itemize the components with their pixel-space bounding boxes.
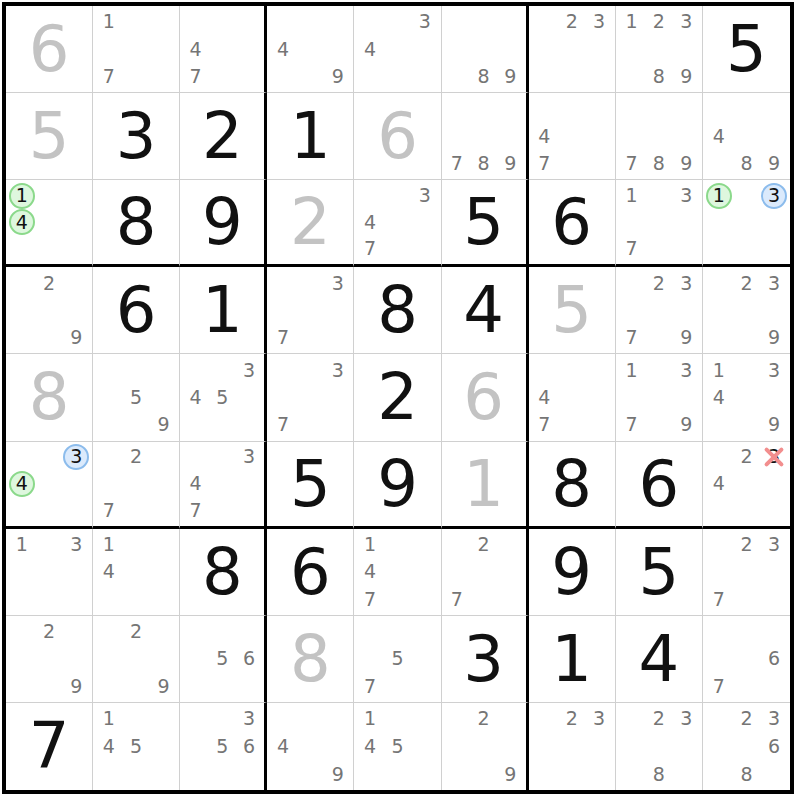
cell-r5c1[interactable]: 8 (6, 354, 93, 441)
candidate-grid: 789 (618, 95, 700, 177)
candidate-6[interactable]: 6 (236, 733, 263, 761)
candidate-7[interactable]: 7 (531, 411, 558, 438)
cell-r5c7[interactable]: 47 (529, 354, 616, 441)
candidate-1[interactable]: 1 (618, 8, 645, 35)
cell-r1c7[interactable]: 23 (529, 6, 616, 93)
candidate-grid: 347 (182, 444, 262, 524)
candidate-4[interactable]: 4 (182, 384, 209, 411)
candidate-1[interactable]: 1 (95, 531, 122, 558)
cell-r2c5[interactable]: 6 (354, 93, 441, 180)
candidate-2[interactable]: 2 (733, 444, 761, 471)
cell-r6c5[interactable]: 9 (354, 442, 441, 529)
candidate-2[interactable]: 2 (645, 8, 672, 35)
cell-r9c6[interactable]: 29 (442, 703, 529, 790)
candidate-9[interactable]: 9 (150, 411, 177, 438)
candidate-7[interactable]: 7 (705, 585, 733, 612)
candidate-grid: 145 (356, 705, 438, 788)
candidate-2[interactable]: 2 (122, 444, 149, 471)
candidate-9[interactable]: 9 (760, 150, 788, 177)
candidate-7[interactable]: 7 (705, 673, 733, 700)
green-circle-icon: 1 (9, 183, 35, 209)
candidate-3[interactable]: 3 (236, 705, 263, 733)
sudoku-board: 6174749348923123895532167894778948914892… (2, 2, 794, 794)
cell-r5c4[interactable]: 37 (267, 354, 354, 441)
cell-r9c9[interactable]: 2368 (703, 703, 790, 790)
big-digit: 4 (616, 616, 702, 702)
candidate-6[interactable]: 6 (236, 645, 263, 672)
cell-r9c4[interactable]: 49 (267, 703, 354, 790)
cell-r3c7[interactable]: 6 (529, 180, 616, 267)
candidate-grid: 23 (531, 8, 613, 90)
big-digit: 6 (93, 267, 179, 353)
candidate-8[interactable]: 8 (470, 63, 497, 90)
candidate-grid: 34 (8, 444, 90, 524)
candidate-1[interactable]: 1 (356, 531, 383, 558)
candidate-1-green-circle[interactable]: 1 (705, 182, 733, 209)
candidate-7[interactable]: 7 (618, 236, 645, 263)
cell-r3c5[interactable]: 347 (354, 180, 441, 267)
candidate-5[interactable]: 5 (209, 733, 236, 761)
candidate-3[interactable]: 3 (411, 182, 438, 209)
candidate-grid: 67 (705, 618, 788, 700)
candidate-2[interactable]: 2 (470, 705, 497, 733)
candidate-grid: 2379 (618, 269, 700, 351)
big-digit: 9 (529, 529, 615, 615)
candidate-3[interactable]: 3 (760, 531, 788, 558)
cell-r6c9[interactable]: 234 (703, 442, 790, 529)
candidate-7[interactable]: 7 (618, 150, 645, 177)
big-digit: 6 (616, 442, 702, 526)
candidate-7[interactable]: 7 (182, 63, 209, 90)
cell-r8c3[interactable]: 56 (180, 616, 267, 703)
candidate-grid: 12389 (618, 8, 700, 90)
candidate-3[interactable]: 3 (236, 444, 263, 471)
candidate-grid: 49 (269, 705, 351, 788)
cell-r3c3[interactable]: 9 (180, 180, 267, 267)
cell-r8c4[interactable]: 8 (267, 616, 354, 703)
candidate-6[interactable]: 6 (760, 645, 788, 672)
big-digit: 8 (267, 616, 353, 702)
candidate-7[interactable]: 7 (269, 411, 296, 438)
big-digit: 6 (442, 354, 526, 440)
cell-r2c2[interactable]: 3 (93, 93, 180, 180)
green-circle-icon: 1 (706, 183, 732, 209)
candidate-9[interactable]: 9 (497, 63, 524, 90)
candidate-4-green-circle[interactable]: 4 (8, 209, 35, 236)
candidate-grid: 1379 (618, 356, 700, 438)
cell-r4c9[interactable]: 239 (703, 267, 790, 354)
candidate-7[interactable]: 7 (444, 585, 471, 612)
candidate-grid: 47 (531, 95, 613, 177)
candidate-4[interactable]: 4 (531, 122, 558, 149)
cell-r3c6[interactable]: 5 (442, 180, 529, 267)
candidate-9[interactable]: 9 (497, 150, 524, 177)
big-digit: 5 (529, 267, 615, 353)
candidate-grid: 29 (95, 618, 177, 700)
cell-r2c8[interactable]: 789 (616, 93, 703, 180)
candidate-grid: 345 (182, 356, 262, 438)
cell-r7c4[interactable]: 6 (267, 529, 354, 616)
cell-r4c6[interactable]: 4 (442, 267, 529, 354)
candidate-3[interactable]: 3 (63, 531, 90, 558)
cell-r2c9[interactable]: 489 (703, 93, 790, 180)
blue-circle-icon: 3 (761, 183, 787, 209)
candidate-grid: 34 (356, 8, 438, 90)
candidate-9[interactable]: 9 (497, 760, 524, 788)
big-digit: 3 (442, 616, 526, 702)
cell-r6c8[interactable]: 6 (616, 442, 703, 529)
candidate-1[interactable]: 1 (356, 705, 383, 733)
candidate-9[interactable]: 9 (760, 411, 788, 438)
candidate-7[interactable]: 7 (531, 150, 558, 177)
big-digit: 5 (616, 529, 702, 615)
candidate-3[interactable]: 3 (324, 269, 351, 296)
green-circle-icon: 4 (9, 209, 35, 235)
candidate-1[interactable]: 1 (618, 182, 645, 209)
candidate-grid: 27 (95, 444, 177, 524)
candidate-9[interactable]: 9 (63, 673, 90, 700)
candidate-9[interactable]: 9 (150, 673, 177, 700)
big-digit: 1 (180, 267, 264, 353)
cell-r1c8[interactable]: 12389 (616, 6, 703, 93)
cell-r4c7[interactable]: 5 (529, 267, 616, 354)
candidate-3[interactable]: 3 (673, 269, 700, 296)
cell-r1c2[interactable]: 17 (93, 6, 180, 93)
candidate-8[interactable]: 8 (470, 150, 497, 177)
big-digit: 8 (93, 180, 179, 264)
candidate-9[interactable]: 9 (63, 324, 90, 351)
cell-r5c8[interactable]: 1379 (616, 354, 703, 441)
cell-r8c6[interactable]: 3 (442, 616, 529, 703)
big-digit: 8 (180, 529, 264, 615)
candidate-grid: 37 (269, 269, 351, 351)
cell-r4c4[interactable]: 37 (267, 267, 354, 354)
cell-r6c3[interactable]: 347 (180, 442, 267, 529)
candidate-7[interactable]: 7 (444, 150, 471, 177)
big-digit: 3 (93, 93, 179, 179)
cell-r7c2[interactable]: 14 (93, 529, 180, 616)
big-digit: 6 (6, 6, 92, 92)
cell-r8c5[interactable]: 57 (354, 616, 441, 703)
big-digit: 1 (267, 93, 353, 179)
big-digit: 5 (267, 442, 353, 526)
cell-r5c5[interactable]: 2 (354, 354, 441, 441)
candidate-4[interactable]: 4 (269, 733, 296, 761)
candidate-4[interactable]: 4 (705, 122, 733, 149)
cell-r9c8[interactable]: 238 (616, 703, 703, 790)
candidate-3-blue-circle[interactable]: 3 (760, 182, 788, 209)
cell-r1c4[interactable]: 49 (267, 6, 354, 93)
candidate-grid: 47 (182, 8, 262, 90)
candidate-7[interactable]: 7 (356, 585, 383, 612)
candidate-3[interactable]: 3 (673, 182, 700, 209)
candidate-grid: 47 (531, 356, 613, 438)
cell-r4c8[interactable]: 2379 (616, 267, 703, 354)
candidate-2[interactable]: 2 (470, 531, 497, 558)
cell-r8c8[interactable]: 4 (616, 616, 703, 703)
candidate-grid: 356 (182, 705, 262, 788)
big-digit: 4 (442, 267, 526, 353)
candidate-4[interactable]: 4 (95, 733, 122, 761)
candidate-7[interactable]: 7 (269, 324, 296, 351)
cell-r9c7[interactable]: 23 (529, 703, 616, 790)
candidate-grid: 347 (356, 182, 438, 262)
candidate-9[interactable]: 9 (673, 411, 700, 438)
cell-r7c8[interactable]: 5 (616, 529, 703, 616)
big-digit: 7 (6, 703, 92, 790)
candidate-9[interactable]: 9 (673, 63, 700, 90)
candidate-1-green-circle[interactable]: 1 (8, 182, 35, 209)
cell-r5c2[interactable]: 59 (93, 354, 180, 441)
blue-circle-icon: 3 (63, 444, 89, 470)
cell-r7c6[interactable]: 27 (442, 529, 529, 616)
candidate-9[interactable]: 9 (760, 324, 788, 351)
cell-r7c5[interactable]: 147 (354, 529, 441, 616)
cell-r5c6[interactable]: 6 (442, 354, 529, 441)
candidate-grid: 29 (8, 618, 90, 700)
candidate-4[interactable]: 4 (182, 35, 209, 62)
candidate-9[interactable]: 9 (324, 760, 351, 788)
big-digit: 6 (529, 180, 615, 264)
candidate-9[interactable]: 9 (324, 63, 351, 90)
candidate-1[interactable]: 1 (95, 705, 122, 733)
candidate-grid: 59 (95, 356, 177, 438)
candidate-3[interactable]: 3 (411, 8, 438, 35)
candidate-4[interactable]: 4 (705, 470, 733, 497)
cell-r3c1[interactable]: 14 (6, 180, 93, 267)
cell-r1c1[interactable]: 6 (6, 6, 93, 93)
candidate-grid: 237 (705, 531, 788, 613)
cell-r5c3[interactable]: 345 (180, 354, 267, 441)
candidate-7[interactable]: 7 (618, 411, 645, 438)
cell-r6c7[interactable]: 8 (529, 442, 616, 529)
candidate-7[interactable]: 7 (618, 324, 645, 351)
candidate-grid: 145 (95, 705, 177, 788)
candidate-9[interactable]: 9 (673, 324, 700, 351)
big-digit: 5 (6, 93, 92, 179)
candidate-3[interactable]: 3 (324, 356, 351, 383)
candidate-4[interactable]: 4 (356, 209, 383, 236)
cell-r6c1[interactable]: 34 (6, 442, 93, 529)
cell-r1c6[interactable]: 89 (442, 6, 529, 93)
candidate-5[interactable]: 5 (209, 384, 236, 411)
candidate-4-green-circle[interactable]: 4 (8, 470, 35, 497)
candidate-3[interactable]: 3 (673, 705, 700, 733)
candidate-grid: 56 (182, 618, 262, 700)
candidate-4[interactable]: 4 (182, 470, 209, 497)
candidate-7[interactable]: 7 (95, 497, 122, 524)
candidate-3[interactable]: 3 (585, 8, 612, 35)
candidate-grid: 17 (95, 8, 177, 90)
cell-r9c3[interactable]: 356 (180, 703, 267, 790)
cell-r6c2[interactable]: 27 (93, 442, 180, 529)
cell-r7c3[interactable]: 8 (180, 529, 267, 616)
candidate-2[interactable]: 2 (122, 618, 149, 645)
candidate-1[interactable]: 1 (95, 8, 122, 35)
cell-r1c5[interactable]: 34 (354, 6, 441, 93)
candidate-7[interactable]: 7 (356, 236, 383, 263)
cell-r4c3[interactable]: 1 (180, 267, 267, 354)
candidate-grid: 14 (8, 182, 90, 262)
big-digit: 2 (267, 180, 353, 264)
candidate-7[interactable]: 7 (182, 497, 209, 524)
cell-r3c9[interactable]: 13 (703, 180, 790, 267)
big-digit: 2 (354, 354, 440, 440)
candidate-3[interactable]: 3 (673, 8, 700, 35)
big-digit: 1 (529, 616, 615, 702)
big-digit: 9 (180, 180, 264, 264)
candidate-4[interactable]: 4 (95, 558, 122, 585)
big-digit: 2 (180, 93, 264, 179)
cell-r1c9[interactable]: 5 (703, 6, 790, 93)
candidate-grid: 27 (444, 531, 524, 613)
candidate-8[interactable]: 8 (645, 760, 672, 788)
big-digit: 8 (529, 442, 615, 526)
candidate-grid: 2368 (705, 705, 788, 788)
candidate-grid: 489 (705, 95, 788, 177)
big-digit: 1 (442, 442, 526, 526)
candidate-5[interactable]: 5 (122, 733, 149, 761)
candidate-grid: 13 (8, 531, 90, 613)
cell-r9c1[interactable]: 7 (6, 703, 93, 790)
candidate-8[interactable]: 8 (733, 760, 761, 788)
cell-r9c2[interactable]: 145 (93, 703, 180, 790)
candidate-3-eliminated[interactable]: 3 (760, 444, 788, 471)
candidate-4[interactable]: 4 (356, 733, 383, 761)
candidate-3[interactable]: 3 (236, 356, 263, 383)
candidate-2[interactable]: 2 (645, 269, 672, 296)
cell-r2c4[interactable]: 1 (267, 93, 354, 180)
cell-r4c2[interactable]: 6 (93, 267, 180, 354)
candidate-3[interactable]: 3 (760, 705, 788, 733)
candidate-3[interactable]: 3 (760, 356, 788, 383)
cell-r2c6[interactable]: 789 (442, 93, 529, 180)
cell-r7c9[interactable]: 237 (703, 529, 790, 616)
candidate-1[interactable]: 1 (705, 356, 733, 383)
cell-r8c2[interactable]: 29 (93, 616, 180, 703)
candidate-8[interactable]: 8 (733, 150, 761, 177)
cell-r9c5[interactable]: 145 (354, 703, 441, 790)
candidate-2[interactable]: 2 (35, 618, 62, 645)
candidate-5[interactable]: 5 (384, 645, 411, 672)
cell-r8c7[interactable]: 1 (529, 616, 616, 703)
big-digit: 8 (354, 267, 440, 353)
candidate-4[interactable]: 4 (356, 35, 383, 62)
candidate-grid: 14 (95, 531, 177, 613)
candidate-grid: 29 (444, 705, 524, 788)
candidate-3-blue-circle[interactable]: 3 (63, 444, 90, 471)
cell-r8c9[interactable]: 67 (703, 616, 790, 703)
candidate-2[interactable]: 2 (558, 8, 585, 35)
candidate-4[interactable]: 4 (269, 35, 296, 62)
cell-r6c4[interactable]: 5 (267, 442, 354, 529)
candidate-grid: 37 (269, 356, 351, 438)
candidate-grid: 137 (618, 182, 700, 262)
cell-r3c8[interactable]: 137 (616, 180, 703, 267)
candidate-grid: 13 (705, 182, 788, 262)
cell-r7c7[interactable]: 9 (529, 529, 616, 616)
candidate-grid: 234 (705, 444, 788, 524)
cell-r1c3[interactable]: 47 (180, 6, 267, 93)
candidate-2[interactable]: 2 (733, 705, 761, 733)
candidate-grid: 89 (444, 8, 524, 90)
cell-r2c1[interactable]: 5 (6, 93, 93, 180)
big-digit: 6 (267, 529, 353, 615)
candidate-4[interactable]: 4 (531, 384, 558, 411)
big-digit: 6 (354, 93, 440, 179)
candidate-2[interactable]: 2 (35, 269, 62, 296)
candidate-4[interactable]: 4 (356, 558, 383, 585)
candidate-1[interactable]: 1 (618, 356, 645, 383)
cell-r2c7[interactable]: 47 (529, 93, 616, 180)
candidate-3[interactable]: 3 (585, 705, 612, 733)
candidate-7[interactable]: 7 (356, 673, 383, 700)
candidate-grid: 239 (705, 269, 788, 351)
cell-r7c1[interactable]: 13 (6, 529, 93, 616)
candidate-3[interactable]: 3 (673, 356, 700, 383)
candidate-grid: 147 (356, 531, 438, 613)
candidate-2[interactable]: 2 (645, 705, 672, 733)
candidate-grid: 57 (356, 618, 438, 700)
candidate-grid: 49 (269, 8, 351, 90)
cell-r4c1[interactable]: 29 (6, 267, 93, 354)
candidate-8[interactable]: 8 (645, 150, 672, 177)
candidate-1[interactable]: 1 (8, 531, 35, 558)
cell-r3c4[interactable]: 2 (267, 180, 354, 267)
big-digit: 8 (6, 354, 92, 440)
cell-r6c6[interactable]: 1 (442, 442, 529, 529)
cell-r5c9[interactable]: 1349 (703, 354, 790, 441)
candidate-5[interactable]: 5 (209, 645, 236, 672)
candidate-8[interactable]: 8 (645, 63, 672, 90)
candidate-2[interactable]: 2 (733, 269, 761, 296)
candidate-grid: 238 (618, 705, 700, 788)
candidate-4[interactable]: 4 (705, 384, 733, 411)
cell-r4c5[interactable]: 8 (354, 267, 441, 354)
cell-r3c2[interactable]: 8 (93, 180, 180, 267)
candidate-5[interactable]: 5 (122, 384, 149, 411)
big-digit: 5 (442, 180, 526, 264)
candidate-3[interactable]: 3 (760, 269, 788, 296)
green-circle-icon: 4 (9, 471, 35, 497)
cell-r8c1[interactable]: 29 (6, 616, 93, 703)
candidate-2[interactable]: 2 (558, 705, 585, 733)
big-digit: 5 (703, 6, 790, 92)
candidate-6[interactable]: 6 (760, 733, 788, 761)
big-digit: 9 (354, 442, 440, 526)
candidate-grid: 1349 (705, 356, 788, 438)
candidate-9[interactable]: 9 (673, 150, 700, 177)
candidate-grid: 23 (531, 705, 613, 788)
cell-r2c3[interactable]: 2 (180, 93, 267, 180)
candidate-2[interactable]: 2 (733, 531, 761, 558)
candidate-grid: 789 (444, 95, 524, 177)
candidate-7[interactable]: 7 (95, 63, 122, 90)
candidate-5[interactable]: 5 (384, 733, 411, 761)
candidate-grid: 29 (8, 269, 90, 351)
